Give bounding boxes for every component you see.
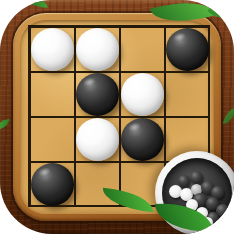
white-stone [31, 28, 74, 71]
board-cell-r4c1 [30, 162, 75, 207]
white-stone [76, 118, 119, 161]
bowl-stone-black [178, 175, 190, 187]
board-cell-r2c4 [165, 72, 210, 117]
board-cell-r1c1 [30, 27, 75, 72]
board-game-app-icon[interactable] [0, 0, 234, 234]
board-cell-r1c2 [75, 27, 120, 72]
board-cell-r1c3 [120, 27, 165, 72]
board-cell-r3c1 [30, 117, 75, 162]
board-cell-r3c3 [120, 117, 165, 162]
black-stone [121, 118, 164, 161]
board-cell-r1c4 [165, 27, 210, 72]
black-stone [166, 28, 209, 71]
white-stone [76, 28, 119, 71]
board-cell-r2c1 [30, 72, 75, 117]
black-stone [31, 163, 74, 206]
board-cell-r2c3 [120, 72, 165, 117]
bowl-stone-black [190, 171, 203, 184]
board-cell-r2c2 [75, 72, 120, 117]
white-stone [121, 73, 164, 116]
board-cell-r3c2 [75, 117, 120, 162]
black-stone [76, 73, 119, 116]
